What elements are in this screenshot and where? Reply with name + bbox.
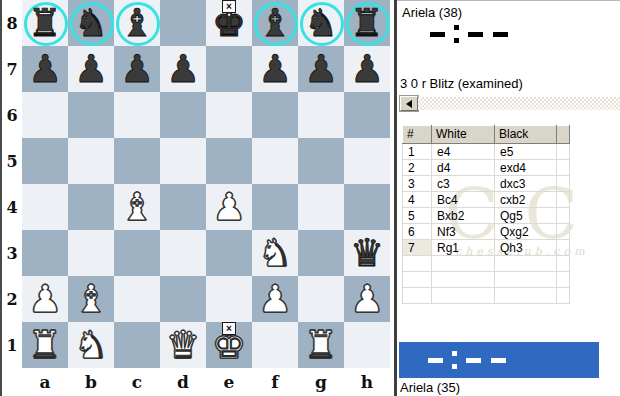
square-d2[interactable] xyxy=(160,276,206,322)
file-label: d xyxy=(160,368,206,396)
move-list-header-extra xyxy=(557,126,570,144)
black-move[interactable]: cxb2 xyxy=(495,192,557,208)
file-label: g xyxy=(298,368,344,396)
king-marker-flag-icon: × xyxy=(222,322,236,335)
rank-label: 6 xyxy=(2,92,22,138)
square-a8[interactable]: ♜ xyxy=(22,0,68,46)
square-c3[interactable] xyxy=(114,230,160,276)
square-h6[interactable] xyxy=(344,92,390,138)
black-move[interactable]: e5 xyxy=(495,144,557,160)
scroll-left-button[interactable] xyxy=(400,96,418,111)
black-move[interactable]: dxc3 xyxy=(495,176,557,192)
square-a1[interactable]: ♜ xyxy=(22,322,68,368)
black-move xyxy=(495,272,557,288)
square-b6[interactable] xyxy=(68,92,114,138)
rank-label: 8 xyxy=(2,0,22,46)
move-cell-extra xyxy=(557,160,570,176)
file-label: b xyxy=(68,368,114,396)
move-cell-extra xyxy=(557,224,570,240)
clock-colon-icon xyxy=(454,24,459,44)
rank-label: 5 xyxy=(2,138,22,184)
chess-client-window: 87654321 ♜♞♝♚×♝♞♜♟♟♟♟♟♟♟♝♟♞♛♟♝♟♟♜♞♛♚×♜ a… xyxy=(0,0,620,396)
move-number[interactable]: 7 xyxy=(403,240,432,256)
clock-dash-icon xyxy=(491,358,506,363)
black-bishop-f8[interactable]: ♝ xyxy=(258,0,292,46)
rank-label: 1 xyxy=(2,322,22,368)
file-label: f xyxy=(252,368,298,396)
black-pawn-h7[interactable]: ♟ xyxy=(350,46,384,92)
square-a5[interactable] xyxy=(22,138,68,184)
move-row[interactable] xyxy=(403,288,570,304)
black-move[interactable]: Qxg2 xyxy=(495,224,557,240)
move-row[interactable]: 7Rg1Qh3 xyxy=(403,240,570,256)
square-h7[interactable]: ♟ xyxy=(344,46,390,92)
square-d5[interactable] xyxy=(160,138,206,184)
white-move[interactable]: Bxb2 xyxy=(432,208,495,224)
square-b8[interactable]: ♞ xyxy=(68,0,114,46)
move-cell-extra xyxy=(557,288,570,304)
square-g3[interactable] xyxy=(298,230,344,276)
move-list-table[interactable]: #WhiteBlack 1e4e52d4exd43c3dxc34Bc4cxb25… xyxy=(402,125,570,304)
move-row[interactable]: 2d4exd4 xyxy=(403,160,570,176)
left-arrow-icon xyxy=(406,100,412,108)
square-d4[interactable] xyxy=(160,184,206,230)
square-e4[interactable]: ♟ xyxy=(206,184,252,230)
move-row[interactable] xyxy=(403,256,570,272)
square-e5[interactable] xyxy=(206,138,252,184)
square-g5[interactable] xyxy=(298,138,344,184)
white-pawn-f2[interactable]: ♟ xyxy=(258,276,292,322)
square-b5[interactable] xyxy=(68,138,114,184)
black-pawn-g7[interactable]: ♟ xyxy=(304,46,338,92)
move-row[interactable]: 5Bxb2Qg5 xyxy=(403,208,570,224)
square-e7[interactable] xyxy=(206,46,252,92)
black-move[interactable]: Qg5 xyxy=(495,208,557,224)
square-f7[interactable]: ♟ xyxy=(252,46,298,92)
black-move xyxy=(495,288,557,304)
square-e2[interactable] xyxy=(206,276,252,322)
square-e3[interactable] xyxy=(206,230,252,276)
white-rook-g1[interactable]: ♜ xyxy=(304,322,338,368)
move-number xyxy=(403,256,432,272)
move-number[interactable]: 5 xyxy=(403,208,432,224)
white-bishop-c4[interactable]: ♝ xyxy=(120,184,154,230)
square-h2[interactable]: ♟ xyxy=(344,276,390,322)
black-pawn-a7[interactable]: ♟ xyxy=(28,46,62,92)
clock-dash-icon xyxy=(428,358,443,363)
white-move[interactable]: c3 xyxy=(432,176,495,192)
clock-dash-icon xyxy=(430,32,445,37)
move-list-header-num[interactable]: # xyxy=(403,126,432,144)
file-labels: abcdefgh xyxy=(22,368,390,396)
square-g2[interactable] xyxy=(298,276,344,322)
rank-label: 2 xyxy=(2,276,22,322)
square-f1[interactable] xyxy=(252,322,298,368)
move-list-header-black[interactable]: Black xyxy=(495,126,557,144)
chess-board[interactable]: ♜♞♝♚×♝♞♜♟♟♟♟♟♟♟♝♟♞♛♟♝♟♟♜♞♛♚×♜ xyxy=(22,0,390,368)
move-row[interactable]: 3c3dxc3 xyxy=(403,176,570,192)
square-c1[interactable] xyxy=(114,322,160,368)
black-pawn-c7[interactable]: ♟ xyxy=(120,46,154,92)
bottom-clock-value: -:-- xyxy=(423,360,424,361)
square-b4[interactable] xyxy=(68,184,114,230)
top-clock-value: -:-- xyxy=(425,34,426,35)
square-b1[interactable]: ♞ xyxy=(68,322,114,368)
square-d7[interactable]: ♟ xyxy=(160,46,206,92)
square-d6[interactable] xyxy=(160,92,206,138)
white-move[interactable]: d4 xyxy=(432,160,495,176)
white-bishop-b2[interactable]: ♝ xyxy=(74,276,108,322)
square-c4[interactable]: ♝ xyxy=(114,184,160,230)
clock-dash-icon xyxy=(493,32,508,37)
square-h3[interactable]: ♛ xyxy=(344,230,390,276)
black-move[interactable]: Qh3 xyxy=(495,240,557,256)
king-marker-flag-icon: × xyxy=(222,0,236,13)
square-g6[interactable] xyxy=(298,92,344,138)
black-bishop-c8[interactable]: ♝ xyxy=(120,0,154,46)
scrollbar-track[interactable] xyxy=(418,97,620,110)
square-g4[interactable] xyxy=(298,184,344,230)
square-h1[interactable] xyxy=(344,322,390,368)
move-cell-extra xyxy=(557,144,570,160)
square-f4[interactable] xyxy=(252,184,298,230)
square-g1[interactable]: ♜ xyxy=(298,322,344,368)
white-knight-b1[interactable]: ♞ xyxy=(74,322,108,368)
game-info-label: 3 0 r Blitz (examined) xyxy=(400,76,523,91)
move-row[interactable] xyxy=(403,272,570,288)
move-number[interactable]: 3 xyxy=(403,176,432,192)
rank-labels: 87654321 xyxy=(2,0,22,368)
white-move[interactable]: Nf3 xyxy=(432,224,495,240)
white-rook-a1[interactable]: ♜ xyxy=(28,322,62,368)
black-pawn-f7[interactable]: ♟ xyxy=(258,46,292,92)
square-c2[interactable] xyxy=(114,276,160,322)
move-cell-extra xyxy=(557,208,570,224)
square-h4[interactable] xyxy=(344,184,390,230)
square-b7[interactable]: ♟ xyxy=(68,46,114,92)
square-e8[interactable]: ♚× xyxy=(206,0,252,46)
board-pane: 87654321 ♜♞♝♚×♝♞♜♟♟♟♟♟♟♟♝♟♞♛♟♝♟♟♜♞♛♚×♜ a… xyxy=(0,0,398,396)
bottom-player-name: Ariela (35) xyxy=(400,380,460,395)
square-c5[interactable] xyxy=(114,138,160,184)
square-c7[interactable]: ♟ xyxy=(114,46,160,92)
clock-dash-icon xyxy=(468,32,483,37)
square-d1[interactable]: ♛ xyxy=(160,322,206,368)
square-f6[interactable] xyxy=(252,92,298,138)
top-player-clock: -:-- xyxy=(425,23,513,45)
square-b3[interactable] xyxy=(68,230,114,276)
square-e1[interactable]: ♚× xyxy=(206,322,252,368)
black-rook-a8[interactable]: ♜ xyxy=(28,0,62,46)
rank-label: 3 xyxy=(2,230,22,276)
square-a6[interactable] xyxy=(22,92,68,138)
move-number[interactable]: 1 xyxy=(403,144,432,160)
square-h5[interactable] xyxy=(344,138,390,184)
move-cell-extra xyxy=(557,240,570,256)
square-e6[interactable] xyxy=(206,92,252,138)
square-a2[interactable]: ♟ xyxy=(22,276,68,322)
black-pawn-b7[interactable]: ♟ xyxy=(74,46,108,92)
move-cell-extra xyxy=(557,176,570,192)
square-d8[interactable] xyxy=(160,0,206,46)
move-row[interactable]: 6Nf3Qxg2 xyxy=(403,224,570,240)
white-pawn-h2[interactable]: ♟ xyxy=(350,276,384,322)
move-scrollbar[interactable] xyxy=(400,96,620,111)
black-queen-h3[interactable]: ♛ xyxy=(350,230,384,276)
move-number xyxy=(403,288,432,304)
white-queen-d1[interactable]: ♛ xyxy=(166,322,200,368)
clock-dash-icon xyxy=(466,358,481,363)
move-cell-extra xyxy=(557,256,570,272)
white-knight-f3[interactable]: ♞ xyxy=(258,230,292,276)
white-move[interactable]: Bc4 xyxy=(432,192,495,208)
move-number[interactable]: 4 xyxy=(403,192,432,208)
move-number[interactable]: 6 xyxy=(403,224,432,240)
file-label: h xyxy=(344,368,390,396)
square-b2[interactable]: ♝ xyxy=(68,276,114,322)
black-knight-b8[interactable]: ♞ xyxy=(74,0,108,46)
white-move xyxy=(432,272,495,288)
black-pawn-d7[interactable]: ♟ xyxy=(166,46,200,92)
square-a3[interactable] xyxy=(22,230,68,276)
square-g8[interactable]: ♞ xyxy=(298,0,344,46)
bottom-clock-panel: -:-- xyxy=(399,342,599,378)
square-a7[interactable]: ♟ xyxy=(22,46,68,92)
white-move xyxy=(432,288,495,304)
white-move[interactable]: e4 xyxy=(432,144,495,160)
file-label: e xyxy=(206,368,252,396)
square-c6[interactable] xyxy=(114,92,160,138)
square-f2[interactable]: ♟ xyxy=(252,276,298,322)
bottom-player-clock: -:-- xyxy=(423,350,511,370)
square-g7[interactable]: ♟ xyxy=(298,46,344,92)
rank-label: 7 xyxy=(2,46,22,92)
white-move xyxy=(432,256,495,272)
move-list-header-white[interactable]: White xyxy=(432,126,495,144)
black-rook-h8[interactable]: ♜ xyxy=(350,0,384,46)
square-h8[interactable]: ♜ xyxy=(344,0,390,46)
move-cell-extra xyxy=(557,272,570,288)
rank-label: 4 xyxy=(2,184,22,230)
white-pawn-a2[interactable]: ♟ xyxy=(28,276,62,322)
black-knight-g8[interactable]: ♞ xyxy=(304,0,338,46)
move-number[interactable]: 2 xyxy=(403,160,432,176)
move-number xyxy=(403,272,432,288)
white-pawn-e4[interactable]: ♟ xyxy=(212,184,246,230)
square-a4[interactable] xyxy=(22,184,68,230)
square-f5[interactable] xyxy=(252,138,298,184)
white-move[interactable]: Rg1 xyxy=(432,240,495,256)
move-cell-extra xyxy=(557,192,570,208)
clock-colon-icon xyxy=(452,350,457,370)
square-f8[interactable]: ♝ xyxy=(252,0,298,46)
file-label: a xyxy=(22,368,68,396)
square-d3[interactable] xyxy=(160,230,206,276)
move-row[interactable]: 1e4e5 xyxy=(403,144,570,160)
top-player-name: Ariela (38) xyxy=(402,5,462,20)
move-row[interactable]: 4Bc4cxb2 xyxy=(403,192,570,208)
info-pane: Ariela (38) -:-- 3 0 r Blitz (examined) … xyxy=(397,0,620,396)
square-c8[interactable]: ♝ xyxy=(114,0,160,46)
square-f3[interactable]: ♞ xyxy=(252,230,298,276)
black-move xyxy=(495,256,557,272)
file-label: c xyxy=(114,368,160,396)
black-move[interactable]: exd4 xyxy=(495,160,557,176)
